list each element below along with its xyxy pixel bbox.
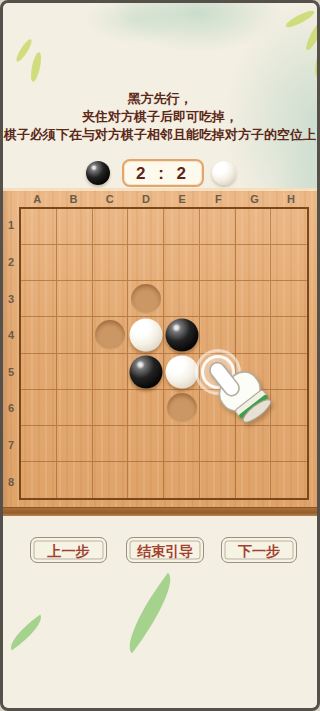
board-cell-H3[interactable]	[271, 281, 307, 317]
board-cell-A5[interactable]	[21, 354, 57, 390]
board-cell-F6[interactable]	[200, 390, 236, 426]
board-cell-A8[interactable]	[21, 462, 57, 498]
white-stone-E5	[166, 355, 199, 388]
board-cell-G6[interactable]	[236, 390, 272, 426]
black-stone-E4	[166, 319, 199, 352]
next-step-button[interactable]: 下一步	[221, 537, 297, 563]
board-cell-E1[interactable]	[164, 209, 200, 245]
column-label: A	[19, 191, 55, 207]
board-cell-H6[interactable]	[271, 390, 307, 426]
board-cell-E2[interactable]	[164, 245, 200, 281]
score-display: 2 : 2	[122, 159, 204, 187]
row-label: 1	[3, 219, 19, 231]
board-cell-D7[interactable]	[128, 426, 164, 462]
board-cell-A1[interactable]	[21, 209, 57, 245]
game-screen: 黑方先行， 夹住对方棋子后即可吃掉， 棋子必须下在与对方棋子相邻且能吃掉对方子的…	[0, 0, 320, 711]
row-label: 8	[3, 476, 19, 488]
board-cell-D8[interactable]	[128, 462, 164, 498]
bamboo-leaf-icon	[284, 8, 316, 30]
board-cell-E8[interactable]	[164, 462, 200, 498]
suggested-move-highlight-F5[interactable]	[195, 349, 241, 395]
legal-move-hint-E6[interactable]	[167, 393, 197, 423]
board-cell-A4[interactable]	[21, 317, 57, 353]
column-label: F	[200, 191, 236, 207]
board-cell-B8[interactable]	[57, 462, 93, 498]
previous-step-button[interactable]: 上一步	[30, 537, 107, 563]
column-label: B	[55, 191, 91, 207]
board-cell-C2[interactable]	[93, 245, 129, 281]
board-cell-E3[interactable]	[164, 281, 200, 317]
board-cell-G2[interactable]	[236, 245, 272, 281]
white-stone-D4	[129, 319, 162, 352]
bamboo-leaf-icon	[303, 18, 320, 52]
othello-board: ABCDEFGH 12345678	[3, 188, 320, 516]
board-cell-D1[interactable]	[128, 209, 164, 245]
row-label: 4	[3, 329, 19, 341]
row-label: 6	[3, 402, 19, 414]
board-cell-B2[interactable]	[57, 245, 93, 281]
column-label: E	[164, 191, 200, 207]
board-cell-C7[interactable]	[93, 426, 129, 462]
legal-move-hint-C4[interactable]	[95, 320, 125, 350]
board-cell-F8[interactable]	[200, 462, 236, 498]
board-cell-B7[interactable]	[57, 426, 93, 462]
bamboo-leaf-icon	[314, 51, 320, 78]
board-cell-B3[interactable]	[57, 281, 93, 317]
board-grid	[19, 207, 309, 500]
board-cell-B4[interactable]	[57, 317, 93, 353]
board-cell-F7[interactable]	[200, 426, 236, 462]
black-stone-D5	[129, 355, 162, 388]
board-cell-G4[interactable]	[236, 317, 272, 353]
board-cell-H5[interactable]	[271, 354, 307, 390]
column-label: D	[128, 191, 164, 207]
board-cell-C8[interactable]	[93, 462, 129, 498]
row-label: 5	[3, 366, 19, 378]
bamboo-leaf-icon	[14, 38, 34, 64]
board-cell-G7[interactable]	[236, 426, 272, 462]
bamboo-leaf-icon	[116, 573, 184, 654]
board-cell-G8[interactable]	[236, 462, 272, 498]
board-cell-G1[interactable]	[236, 209, 272, 245]
black-stone-icon	[86, 161, 110, 185]
board-cell-A2[interactable]	[21, 245, 57, 281]
end-tutorial-button[interactable]: 结束引导	[126, 537, 204, 563]
row-label: 2	[3, 256, 19, 268]
board-cell-G3[interactable]	[236, 281, 272, 317]
tutorial-line-3: 棋子必须下在与对方棋子相邻且能吃掉对方子的空位上	[3, 126, 317, 144]
board-cell-E7[interactable]	[164, 426, 200, 462]
column-labels: ABCDEFGH	[19, 191, 309, 207]
row-labels: 12345678	[3, 207, 19, 500]
board-cell-A6[interactable]	[21, 390, 57, 426]
board-cell-A7[interactable]	[21, 426, 57, 462]
board-cell-F2[interactable]	[200, 245, 236, 281]
board-cell-H1[interactable]	[271, 209, 307, 245]
board-cell-C3[interactable]	[93, 281, 129, 317]
board-cell-C6[interactable]	[93, 390, 129, 426]
board-cell-H8[interactable]	[271, 462, 307, 498]
white-stone-icon	[212, 161, 236, 185]
board-edge	[3, 507, 320, 516]
bamboo-leaf-icon	[29, 51, 43, 82]
board-cell-F1[interactable]	[200, 209, 236, 245]
row-label: 3	[3, 293, 19, 305]
tutorial-line-2: 夹住对方棋子后即可吃掉，	[3, 108, 317, 126]
board-cell-D6[interactable]	[128, 390, 164, 426]
tutorial-line-1: 黑方先行，	[3, 90, 317, 108]
row-label: 7	[3, 439, 19, 451]
board-cell-H4[interactable]	[271, 317, 307, 353]
board-cell-A3[interactable]	[21, 281, 57, 317]
board-cell-C5[interactable]	[93, 354, 129, 390]
column-label: H	[273, 191, 309, 207]
column-label: G	[237, 191, 273, 207]
board-cell-D2[interactable]	[128, 245, 164, 281]
board-cell-F3[interactable]	[200, 281, 236, 317]
board-cell-C1[interactable]	[93, 209, 129, 245]
column-label: C	[92, 191, 128, 207]
board-cell-H7[interactable]	[271, 426, 307, 462]
board-cell-H2[interactable]	[271, 245, 307, 281]
board-cell-B6[interactable]	[57, 390, 93, 426]
legal-move-hint-D3[interactable]	[131, 284, 161, 314]
tutorial-text: 黑方先行， 夹住对方棋子后即可吃掉， 棋子必须下在与对方棋子相邻且能吃掉对方子的…	[3, 90, 317, 144]
board-cell-B5[interactable]	[57, 354, 93, 390]
bamboo-leaf-icon	[4, 615, 47, 651]
board-cell-B1[interactable]	[57, 209, 93, 245]
